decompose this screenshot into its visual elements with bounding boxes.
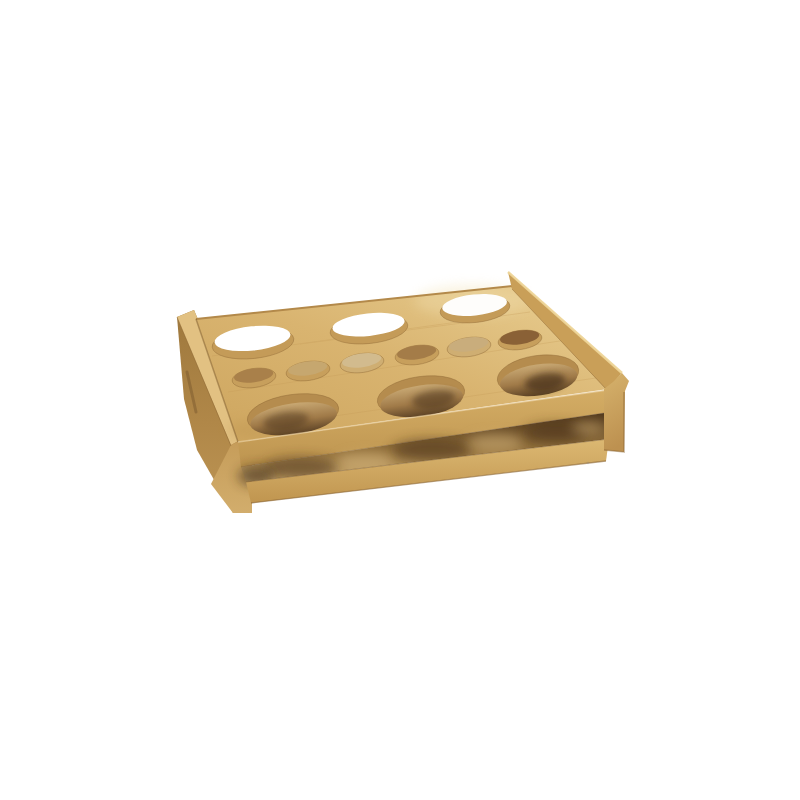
dust-speck [587, 462, 590, 465]
bamboo-pit-tray-photo [0, 0, 800, 800]
photo-canvas [0, 0, 800, 800]
